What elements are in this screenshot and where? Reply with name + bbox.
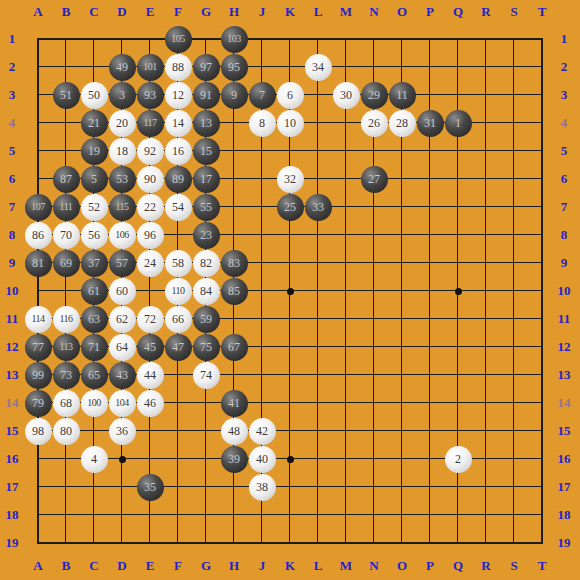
intersection-P5[interactable]: [416, 137, 444, 165]
intersection-G19[interactable]: [192, 529, 220, 557]
intersection-B2[interactable]: [52, 53, 80, 81]
intersection-S5[interactable]: [500, 137, 528, 165]
intersection-T10[interactable]: [528, 277, 556, 305]
intersection-E1[interactable]: [136, 25, 164, 53]
intersection-R3[interactable]: [472, 81, 500, 109]
intersection-L5[interactable]: [304, 137, 332, 165]
intersection-H15[interactable]: 48: [220, 417, 248, 445]
intersection-O11[interactable]: [388, 305, 416, 333]
intersection-K10[interactable]: [276, 277, 304, 305]
intersection-Q17[interactable]: [444, 473, 472, 501]
intersection-P4[interactable]: 31: [416, 109, 444, 137]
intersection-O14[interactable]: [388, 389, 416, 417]
intersection-H5[interactable]: [220, 137, 248, 165]
intersection-C3[interactable]: 50: [80, 81, 108, 109]
intersection-F14[interactable]: [164, 389, 192, 417]
intersection-C17[interactable]: [80, 473, 108, 501]
intersection-P8[interactable]: [416, 221, 444, 249]
intersection-A10[interactable]: [24, 277, 52, 305]
intersection-N9[interactable]: [360, 249, 388, 277]
intersection-E10[interactable]: [136, 277, 164, 305]
intersection-J11[interactable]: [248, 305, 276, 333]
intersection-O8[interactable]: [388, 221, 416, 249]
intersection-E6[interactable]: 90: [136, 165, 164, 193]
intersection-B16[interactable]: [52, 445, 80, 473]
intersection-S11[interactable]: [500, 305, 528, 333]
intersection-Q16[interactable]: 2: [444, 445, 472, 473]
intersection-C6[interactable]: 5: [80, 165, 108, 193]
intersection-E4[interactable]: 117: [136, 109, 164, 137]
intersection-N15[interactable]: [360, 417, 388, 445]
intersection-T8[interactable]: [528, 221, 556, 249]
intersection-K3[interactable]: 6: [276, 81, 304, 109]
intersection-K18[interactable]: [276, 501, 304, 529]
intersection-P7[interactable]: [416, 193, 444, 221]
intersection-L9[interactable]: [304, 249, 332, 277]
intersection-T12[interactable]: [528, 333, 556, 361]
intersection-G3[interactable]: 91: [192, 81, 220, 109]
intersection-Q18[interactable]: [444, 501, 472, 529]
intersection-G13[interactable]: 74: [192, 361, 220, 389]
intersection-L7[interactable]: 33: [304, 193, 332, 221]
intersection-C10[interactable]: 61: [80, 277, 108, 305]
intersection-A3[interactable]: [24, 81, 52, 109]
intersection-A4[interactable]: [24, 109, 52, 137]
intersection-J4[interactable]: 8: [248, 109, 276, 137]
intersection-R17[interactable]: [472, 473, 500, 501]
intersection-P14[interactable]: [416, 389, 444, 417]
intersection-M3[interactable]: 30: [332, 81, 360, 109]
intersection-M2[interactable]: [332, 53, 360, 81]
intersection-R16[interactable]: [472, 445, 500, 473]
intersection-Q13[interactable]: [444, 361, 472, 389]
intersection-T14[interactable]: [528, 389, 556, 417]
intersection-G11[interactable]: 59: [192, 305, 220, 333]
intersection-H11[interactable]: [220, 305, 248, 333]
intersection-G18[interactable]: [192, 501, 220, 529]
intersection-E13[interactable]: 44: [136, 361, 164, 389]
intersection-O17[interactable]: [388, 473, 416, 501]
intersection-G12[interactable]: 75: [192, 333, 220, 361]
intersection-S14[interactable]: [500, 389, 528, 417]
intersection-A11[interactable]: 114: [24, 305, 52, 333]
intersection-R10[interactable]: [472, 277, 500, 305]
intersection-R14[interactable]: [472, 389, 500, 417]
intersection-O5[interactable]: [388, 137, 416, 165]
intersection-G7[interactable]: 55: [192, 193, 220, 221]
intersection-F6[interactable]: 89: [164, 165, 192, 193]
intersection-D5[interactable]: 18: [108, 137, 136, 165]
intersection-E15[interactable]: [136, 417, 164, 445]
intersection-N16[interactable]: [360, 445, 388, 473]
intersection-O7[interactable]: [388, 193, 416, 221]
intersection-H16[interactable]: 39: [220, 445, 248, 473]
intersection-M16[interactable]: [332, 445, 360, 473]
intersection-E14[interactable]: 46: [136, 389, 164, 417]
intersection-Q2[interactable]: [444, 53, 472, 81]
intersection-B18[interactable]: [52, 501, 80, 529]
intersection-R8[interactable]: [472, 221, 500, 249]
intersection-S7[interactable]: [500, 193, 528, 221]
intersection-P1[interactable]: [416, 25, 444, 53]
intersection-D12[interactable]: 64: [108, 333, 136, 361]
intersection-N1[interactable]: [360, 25, 388, 53]
intersection-K8[interactable]: [276, 221, 304, 249]
intersection-B8[interactable]: 70: [52, 221, 80, 249]
intersection-Q3[interactable]: [444, 81, 472, 109]
intersection-D19[interactable]: [108, 529, 136, 557]
intersection-S8[interactable]: [500, 221, 528, 249]
intersection-H6[interactable]: [220, 165, 248, 193]
intersection-M19[interactable]: [332, 529, 360, 557]
intersection-S9[interactable]: [500, 249, 528, 277]
intersection-S6[interactable]: [500, 165, 528, 193]
intersection-F17[interactable]: [164, 473, 192, 501]
intersection-F9[interactable]: 58: [164, 249, 192, 277]
intersection-R1[interactable]: [472, 25, 500, 53]
intersection-R15[interactable]: [472, 417, 500, 445]
intersection-T4[interactable]: [528, 109, 556, 137]
intersection-J3[interactable]: 7: [248, 81, 276, 109]
intersection-E9[interactable]: 24: [136, 249, 164, 277]
intersection-C19[interactable]: [80, 529, 108, 557]
intersection-D4[interactable]: 20: [108, 109, 136, 137]
intersection-T7[interactable]: [528, 193, 556, 221]
intersection-C5[interactable]: 19: [80, 137, 108, 165]
intersection-H14[interactable]: 41: [220, 389, 248, 417]
intersection-F11[interactable]: 66: [164, 305, 192, 333]
intersection-G6[interactable]: 17: [192, 165, 220, 193]
intersection-J8[interactable]: [248, 221, 276, 249]
intersection-O13[interactable]: [388, 361, 416, 389]
intersection-R19[interactable]: [472, 529, 500, 557]
intersection-J5[interactable]: [248, 137, 276, 165]
intersection-E12[interactable]: 45: [136, 333, 164, 361]
intersection-O2[interactable]: [388, 53, 416, 81]
intersection-Q5[interactable]: [444, 137, 472, 165]
intersection-S10[interactable]: [500, 277, 528, 305]
intersection-H9[interactable]: 83: [220, 249, 248, 277]
intersection-T1[interactable]: [528, 25, 556, 53]
intersection-G8[interactable]: 23: [192, 221, 220, 249]
intersection-D7[interactable]: 115: [108, 193, 136, 221]
intersection-B5[interactable]: [52, 137, 80, 165]
intersection-M17[interactable]: [332, 473, 360, 501]
intersection-D13[interactable]: 43: [108, 361, 136, 389]
intersection-B6[interactable]: 87: [52, 165, 80, 193]
intersection-B17[interactable]: [52, 473, 80, 501]
intersection-L14[interactable]: [304, 389, 332, 417]
intersection-S12[interactable]: [500, 333, 528, 361]
intersection-F2[interactable]: 88: [164, 53, 192, 81]
intersection-T9[interactable]: [528, 249, 556, 277]
intersection-B1[interactable]: [52, 25, 80, 53]
intersection-G5[interactable]: 15: [192, 137, 220, 165]
intersection-T11[interactable]: [528, 305, 556, 333]
intersection-R2[interactable]: [472, 53, 500, 81]
intersection-S13[interactable]: [500, 361, 528, 389]
intersection-Q10[interactable]: [444, 277, 472, 305]
intersection-F12[interactable]: 47: [164, 333, 192, 361]
intersection-P2[interactable]: [416, 53, 444, 81]
intersection-A13[interactable]: 99: [24, 361, 52, 389]
intersection-M11[interactable]: [332, 305, 360, 333]
intersection-L4[interactable]: [304, 109, 332, 137]
intersection-Q12[interactable]: [444, 333, 472, 361]
intersection-E7[interactable]: 22: [136, 193, 164, 221]
intersection-J15[interactable]: 42: [248, 417, 276, 445]
intersection-L19[interactable]: [304, 529, 332, 557]
intersection-M12[interactable]: [332, 333, 360, 361]
intersection-G10[interactable]: 84: [192, 277, 220, 305]
intersection-D1[interactable]: [108, 25, 136, 53]
intersection-S18[interactable]: [500, 501, 528, 529]
intersection-F18[interactable]: [164, 501, 192, 529]
intersection-R5[interactable]: [472, 137, 500, 165]
intersection-M8[interactable]: [332, 221, 360, 249]
intersection-M4[interactable]: [332, 109, 360, 137]
intersection-K5[interactable]: [276, 137, 304, 165]
intersection-F15[interactable]: [164, 417, 192, 445]
intersection-L11[interactable]: [304, 305, 332, 333]
intersection-B14[interactable]: 68: [52, 389, 80, 417]
intersection-N18[interactable]: [360, 501, 388, 529]
intersection-A12[interactable]: 77: [24, 333, 52, 361]
intersection-N14[interactable]: [360, 389, 388, 417]
intersection-E16[interactable]: [136, 445, 164, 473]
intersection-Q19[interactable]: [444, 529, 472, 557]
intersection-T19[interactable]: [528, 529, 556, 557]
intersection-M6[interactable]: [332, 165, 360, 193]
intersection-H1[interactable]: 103: [220, 25, 248, 53]
intersection-D3[interactable]: 3: [108, 81, 136, 109]
intersection-H13[interactable]: [220, 361, 248, 389]
intersection-T2[interactable]: [528, 53, 556, 81]
intersection-M7[interactable]: [332, 193, 360, 221]
intersection-A18[interactable]: [24, 501, 52, 529]
intersection-F5[interactable]: 16: [164, 137, 192, 165]
intersection-P16[interactable]: [416, 445, 444, 473]
intersection-J7[interactable]: [248, 193, 276, 221]
intersection-N3[interactable]: 29: [360, 81, 388, 109]
intersection-T16[interactable]: [528, 445, 556, 473]
intersection-J16[interactable]: 40: [248, 445, 276, 473]
intersection-Q14[interactable]: [444, 389, 472, 417]
intersection-N19[interactable]: [360, 529, 388, 557]
intersection-O12[interactable]: [388, 333, 416, 361]
intersection-P11[interactable]: [416, 305, 444, 333]
intersection-P15[interactable]: [416, 417, 444, 445]
intersection-L12[interactable]: [304, 333, 332, 361]
intersection-R4[interactable]: [472, 109, 500, 137]
intersection-E17[interactable]: 35: [136, 473, 164, 501]
intersection-P17[interactable]: [416, 473, 444, 501]
intersection-J19[interactable]: [248, 529, 276, 557]
intersection-L8[interactable]: [304, 221, 332, 249]
intersection-S15[interactable]: [500, 417, 528, 445]
intersection-M18[interactable]: [332, 501, 360, 529]
intersection-A9[interactable]: 81: [24, 249, 52, 277]
intersection-G15[interactable]: [192, 417, 220, 445]
intersection-A14[interactable]: 79: [24, 389, 52, 417]
intersection-D2[interactable]: 49: [108, 53, 136, 81]
intersection-K13[interactable]: [276, 361, 304, 389]
intersection-L16[interactable]: [304, 445, 332, 473]
intersection-C14[interactable]: 100: [80, 389, 108, 417]
intersection-P9[interactable]: [416, 249, 444, 277]
intersection-E11[interactable]: 72: [136, 305, 164, 333]
intersection-J6[interactable]: [248, 165, 276, 193]
intersection-C2[interactable]: [80, 53, 108, 81]
intersection-Q11[interactable]: [444, 305, 472, 333]
intersection-N12[interactable]: [360, 333, 388, 361]
intersection-D17[interactable]: [108, 473, 136, 501]
intersection-K19[interactable]: [276, 529, 304, 557]
intersection-H18[interactable]: [220, 501, 248, 529]
intersection-N4[interactable]: 26: [360, 109, 388, 137]
intersection-B4[interactable]: [52, 109, 80, 137]
intersection-L17[interactable]: [304, 473, 332, 501]
intersection-D18[interactable]: [108, 501, 136, 529]
intersection-B15[interactable]: 80: [52, 417, 80, 445]
intersection-H4[interactable]: [220, 109, 248, 137]
intersection-O16[interactable]: [388, 445, 416, 473]
intersection-H7[interactable]: [220, 193, 248, 221]
intersection-J17[interactable]: 38: [248, 473, 276, 501]
intersection-E2[interactable]: 101: [136, 53, 164, 81]
intersection-K2[interactable]: [276, 53, 304, 81]
intersection-F4[interactable]: 14: [164, 109, 192, 137]
intersection-B11[interactable]: 116: [52, 305, 80, 333]
intersection-G17[interactable]: [192, 473, 220, 501]
intersection-A2[interactable]: [24, 53, 52, 81]
intersection-D15[interactable]: 36: [108, 417, 136, 445]
intersection-S1[interactable]: [500, 25, 528, 53]
intersection-K17[interactable]: [276, 473, 304, 501]
intersection-S2[interactable]: [500, 53, 528, 81]
intersection-M13[interactable]: [332, 361, 360, 389]
intersection-K11[interactable]: [276, 305, 304, 333]
intersection-M1[interactable]: [332, 25, 360, 53]
intersection-L10[interactable]: [304, 277, 332, 305]
intersection-E18[interactable]: [136, 501, 164, 529]
intersection-C7[interactable]: 52: [80, 193, 108, 221]
intersection-M5[interactable]: [332, 137, 360, 165]
intersection-K4[interactable]: 10: [276, 109, 304, 137]
intersection-P3[interactable]: [416, 81, 444, 109]
intersection-O15[interactable]: [388, 417, 416, 445]
intersection-T13[interactable]: [528, 361, 556, 389]
intersection-N10[interactable]: [360, 277, 388, 305]
intersection-F16[interactable]: [164, 445, 192, 473]
intersection-P18[interactable]: [416, 501, 444, 529]
intersection-K16[interactable]: [276, 445, 304, 473]
intersection-J13[interactable]: [248, 361, 276, 389]
intersection-O18[interactable]: [388, 501, 416, 529]
intersection-G1[interactable]: [192, 25, 220, 53]
intersection-C13[interactable]: 65: [80, 361, 108, 389]
intersection-C11[interactable]: 63: [80, 305, 108, 333]
intersection-N6[interactable]: 27: [360, 165, 388, 193]
intersection-S3[interactable]: [500, 81, 528, 109]
intersection-P12[interactable]: [416, 333, 444, 361]
intersection-T15[interactable]: [528, 417, 556, 445]
intersection-A8[interactable]: 86: [24, 221, 52, 249]
intersection-M10[interactable]: [332, 277, 360, 305]
intersection-C1[interactable]: [80, 25, 108, 53]
intersection-J12[interactable]: [248, 333, 276, 361]
intersection-N17[interactable]: [360, 473, 388, 501]
intersection-T6[interactable]: [528, 165, 556, 193]
intersection-K15[interactable]: [276, 417, 304, 445]
intersection-H2[interactable]: 95: [220, 53, 248, 81]
intersection-K7[interactable]: 25: [276, 193, 304, 221]
intersection-A1[interactable]: [24, 25, 52, 53]
intersection-N11[interactable]: [360, 305, 388, 333]
intersection-N7[interactable]: [360, 193, 388, 221]
intersection-L15[interactable]: [304, 417, 332, 445]
intersection-O4[interactable]: 28: [388, 109, 416, 137]
intersection-O10[interactable]: [388, 277, 416, 305]
intersection-N8[interactable]: [360, 221, 388, 249]
intersection-A16[interactable]: [24, 445, 52, 473]
intersection-J2[interactable]: [248, 53, 276, 81]
intersection-T17[interactable]: [528, 473, 556, 501]
intersection-L3[interactable]: [304, 81, 332, 109]
intersection-D8[interactable]: 106: [108, 221, 136, 249]
intersection-G2[interactable]: 97: [192, 53, 220, 81]
intersection-F7[interactable]: 54: [164, 193, 192, 221]
intersection-O3[interactable]: 11: [388, 81, 416, 109]
intersection-B7[interactable]: 111: [52, 193, 80, 221]
intersection-B19[interactable]: [52, 529, 80, 557]
intersection-B10[interactable]: [52, 277, 80, 305]
intersection-S4[interactable]: [500, 109, 528, 137]
intersection-D9[interactable]: 57: [108, 249, 136, 277]
intersection-G9[interactable]: 82: [192, 249, 220, 277]
intersection-O9[interactable]: [388, 249, 416, 277]
intersection-D11[interactable]: 62: [108, 305, 136, 333]
intersection-D16[interactable]: [108, 445, 136, 473]
intersection-J18[interactable]: [248, 501, 276, 529]
intersection-D10[interactable]: 60: [108, 277, 136, 305]
intersection-S16[interactable]: [500, 445, 528, 473]
intersection-C16[interactable]: 4: [80, 445, 108, 473]
intersection-A17[interactable]: [24, 473, 52, 501]
intersection-R18[interactable]: [472, 501, 500, 529]
intersection-H3[interactable]: 9: [220, 81, 248, 109]
intersection-L13[interactable]: [304, 361, 332, 389]
intersection-T5[interactable]: [528, 137, 556, 165]
intersection-H12[interactable]: 67: [220, 333, 248, 361]
intersection-A7[interactable]: 107: [24, 193, 52, 221]
intersection-N5[interactable]: [360, 137, 388, 165]
intersection-R7[interactable]: [472, 193, 500, 221]
intersection-P6[interactable]: [416, 165, 444, 193]
intersection-E19[interactable]: [136, 529, 164, 557]
intersection-L1[interactable]: [304, 25, 332, 53]
intersection-L2[interactable]: 34: [304, 53, 332, 81]
intersection-G14[interactable]: [192, 389, 220, 417]
intersection-B9[interactable]: 69: [52, 249, 80, 277]
intersection-R6[interactable]: [472, 165, 500, 193]
intersection-Q7[interactable]: [444, 193, 472, 221]
intersection-J9[interactable]: [248, 249, 276, 277]
intersection-A15[interactable]: 98: [24, 417, 52, 445]
intersection-N13[interactable]: [360, 361, 388, 389]
intersection-G16[interactable]: [192, 445, 220, 473]
intersection-H19[interactable]: [220, 529, 248, 557]
